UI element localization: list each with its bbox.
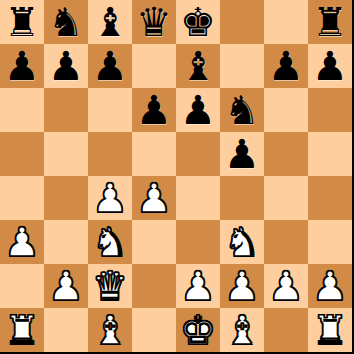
square-d4[interactable]: ♟ <box>132 176 176 220</box>
square-b7[interactable]: ♟ <box>44 44 88 88</box>
piece-black-pawn[interactable]: ♟ <box>48 44 84 88</box>
square-b8[interactable]: ♞ <box>44 0 88 44</box>
square-g8[interactable] <box>264 0 308 44</box>
piece-white-pawn[interactable]: ♟ <box>136 176 172 220</box>
piece-white-queen[interactable]: ♛ <box>92 264 128 308</box>
square-b4[interactable] <box>44 176 88 220</box>
square-h2[interactable]: ♟ <box>308 264 352 308</box>
chess-board: ♜♞♝♛♚♜♟♟♟♝♟♟♟♟♞♟♟♟♟♞♞♟♛♟♟♟♟♜♝♚♝♜ <box>0 0 352 352</box>
piece-white-knight[interactable]: ♞ <box>92 220 128 264</box>
piece-white-rook[interactable]: ♜ <box>4 308 40 352</box>
square-d3[interactable] <box>132 220 176 264</box>
piece-black-rook[interactable]: ♜ <box>312 0 348 44</box>
square-f2[interactable]: ♟ <box>220 264 264 308</box>
square-e3[interactable] <box>176 220 220 264</box>
square-h5[interactable] <box>308 132 352 176</box>
square-c4[interactable]: ♟ <box>88 176 132 220</box>
square-f6[interactable]: ♞ <box>220 88 264 132</box>
square-d5[interactable] <box>132 132 176 176</box>
square-a8[interactable]: ♜ <box>0 0 44 44</box>
square-a4[interactable] <box>0 176 44 220</box>
square-b3[interactable] <box>44 220 88 264</box>
square-c3[interactable]: ♞ <box>88 220 132 264</box>
piece-white-pawn[interactable]: ♟ <box>180 264 216 308</box>
square-h4[interactable] <box>308 176 352 220</box>
square-e8[interactable]: ♚ <box>176 0 220 44</box>
square-b5[interactable] <box>44 132 88 176</box>
piece-black-queen[interactable]: ♛ <box>136 0 172 44</box>
square-b1[interactable] <box>44 308 88 352</box>
square-a2[interactable] <box>0 264 44 308</box>
piece-white-king[interactable]: ♚ <box>180 308 216 352</box>
square-g6[interactable] <box>264 88 308 132</box>
square-f5[interactable]: ♟ <box>220 132 264 176</box>
square-f8[interactable] <box>220 0 264 44</box>
square-c1[interactable]: ♝ <box>88 308 132 352</box>
square-h6[interactable] <box>308 88 352 132</box>
piece-white-rook[interactable]: ♜ <box>312 308 348 352</box>
square-e6[interactable]: ♟ <box>176 88 220 132</box>
piece-white-pawn[interactable]: ♟ <box>48 264 84 308</box>
square-e5[interactable] <box>176 132 220 176</box>
piece-white-pawn[interactable]: ♟ <box>4 220 40 264</box>
piece-white-pawn[interactable]: ♟ <box>312 264 348 308</box>
square-e4[interactable] <box>176 176 220 220</box>
square-d2[interactable] <box>132 264 176 308</box>
piece-black-bishop[interactable]: ♝ <box>180 44 216 88</box>
piece-white-knight[interactable]: ♞ <box>224 220 260 264</box>
square-g4[interactable] <box>264 176 308 220</box>
square-c6[interactable] <box>88 88 132 132</box>
piece-black-pawn[interactable]: ♟ <box>136 88 172 132</box>
square-g7[interactable]: ♟ <box>264 44 308 88</box>
square-d8[interactable]: ♛ <box>132 0 176 44</box>
piece-black-pawn[interactable]: ♟ <box>180 88 216 132</box>
square-c8[interactable]: ♝ <box>88 0 132 44</box>
square-f1[interactable]: ♝ <box>220 308 264 352</box>
piece-black-pawn[interactable]: ♟ <box>268 44 304 88</box>
square-h7[interactable]: ♟ <box>308 44 352 88</box>
piece-white-pawn[interactable]: ♟ <box>224 264 260 308</box>
square-a1[interactable]: ♜ <box>0 308 44 352</box>
piece-white-pawn[interactable]: ♟ <box>92 176 128 220</box>
piece-black-king[interactable]: ♚ <box>180 0 216 44</box>
piece-black-knight[interactable]: ♞ <box>48 0 84 44</box>
square-a7[interactable]: ♟ <box>0 44 44 88</box>
square-c7[interactable]: ♟ <box>88 44 132 88</box>
square-g3[interactable] <box>264 220 308 264</box>
square-b2[interactable]: ♟ <box>44 264 88 308</box>
square-g5[interactable] <box>264 132 308 176</box>
square-f3[interactable]: ♞ <box>220 220 264 264</box>
square-e7[interactable]: ♝ <box>176 44 220 88</box>
square-c2[interactable]: ♛ <box>88 264 132 308</box>
piece-white-pawn[interactable]: ♟ <box>268 264 304 308</box>
square-d1[interactable] <box>132 308 176 352</box>
chessboard-screenshot: ♜♞♝♛♚♜♟♟♟♝♟♟♟♟♞♟♟♟♟♞♞♟♛♟♟♟♟♜♝♚♝♜ <box>0 0 354 354</box>
piece-black-pawn[interactable]: ♟ <box>312 44 348 88</box>
square-f7[interactable] <box>220 44 264 88</box>
square-h1[interactable]: ♜ <box>308 308 352 352</box>
square-f4[interactable] <box>220 176 264 220</box>
square-e2[interactable]: ♟ <box>176 264 220 308</box>
piece-white-bishop[interactable]: ♝ <box>92 308 128 352</box>
piece-black-rook[interactable]: ♜ <box>4 0 40 44</box>
square-d6[interactable]: ♟ <box>132 88 176 132</box>
piece-white-bishop[interactable]: ♝ <box>224 308 260 352</box>
square-g2[interactable]: ♟ <box>264 264 308 308</box>
square-e1[interactable]: ♚ <box>176 308 220 352</box>
piece-black-knight[interactable]: ♞ <box>224 88 260 132</box>
piece-black-pawn[interactable]: ♟ <box>4 44 40 88</box>
square-a5[interactable] <box>0 132 44 176</box>
square-b6[interactable] <box>44 88 88 132</box>
piece-black-pawn[interactable]: ♟ <box>92 44 128 88</box>
square-h3[interactable] <box>308 220 352 264</box>
square-a6[interactable] <box>0 88 44 132</box>
square-g1[interactable] <box>264 308 308 352</box>
square-c5[interactable] <box>88 132 132 176</box>
square-h8[interactable]: ♜ <box>308 0 352 44</box>
piece-black-pawn[interactable]: ♟ <box>224 132 260 176</box>
piece-black-bishop[interactable]: ♝ <box>92 0 128 44</box>
square-d7[interactable] <box>132 44 176 88</box>
square-a3[interactable]: ♟ <box>0 220 44 264</box>
